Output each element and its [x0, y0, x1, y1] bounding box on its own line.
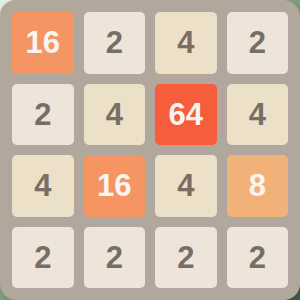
tile-r2c4-value-4: 4: [227, 84, 289, 146]
tile-r1c1-value-16: 16: [12, 12, 74, 74]
2048-app: 1624224644416482222: [0, 0, 300, 300]
tile-r4c3-value-2: 2: [155, 227, 217, 289]
tile-r1c4-value-2: 2: [227, 12, 289, 74]
tile-r1c3-value-4: 4: [155, 12, 217, 74]
tile-r3c1-value-4: 4: [12, 155, 74, 217]
tile-r4c4-value-2: 2: [227, 227, 289, 289]
tile-r2c2-value-4: 4: [84, 84, 146, 146]
tile-r2c1-value-2: 2: [12, 84, 74, 146]
tile-r3c3-value-4: 4: [155, 155, 217, 217]
tile-r4c2-value-2: 2: [84, 227, 146, 289]
tile-r1c2-value-2: 2: [84, 12, 146, 74]
tile-r4c1-value-2: 2: [12, 227, 74, 289]
tile-r3c4-value-8: 8: [227, 155, 289, 217]
tile-r3c2-value-16: 16: [84, 155, 146, 217]
2048-board[interactable]: 1624224644416482222: [0, 0, 300, 300]
tile-r2c3-value-64: 64: [155, 84, 217, 146]
